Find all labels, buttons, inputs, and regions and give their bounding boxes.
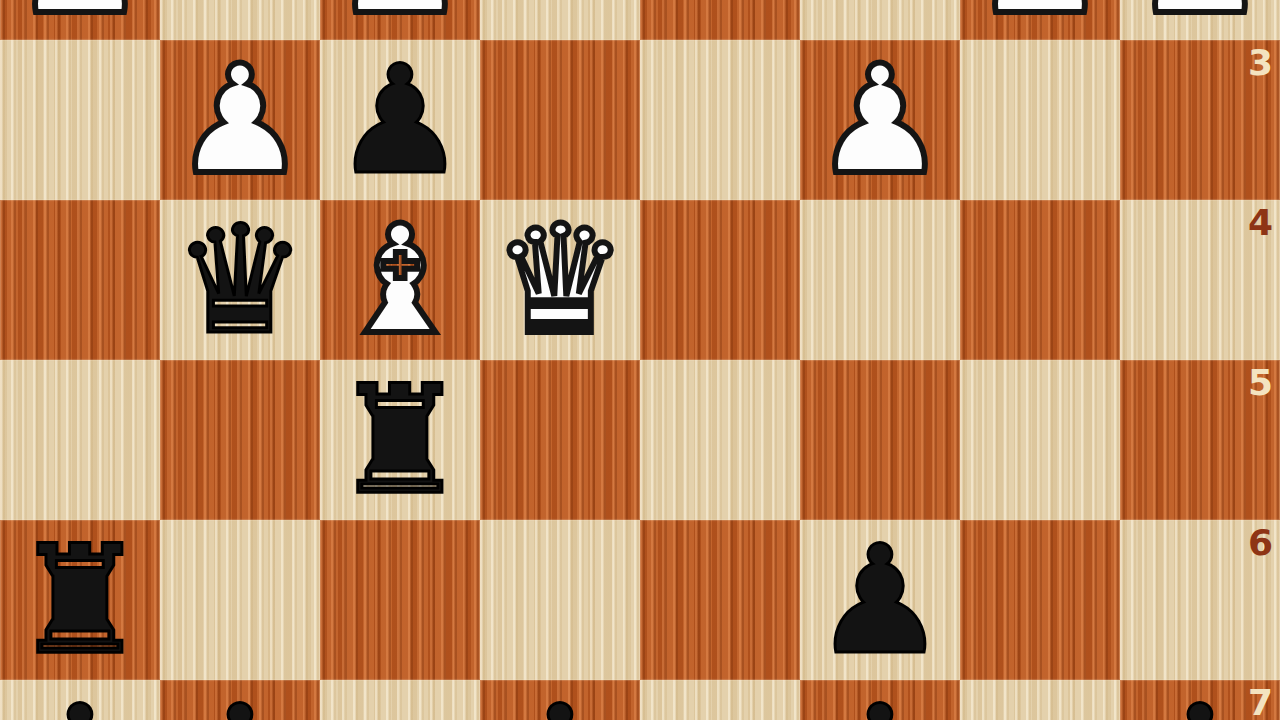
rank-label-3: 3 [1248, 45, 1273, 81]
white-queen[interactable]: ♛ [480, 200, 640, 360]
screenshot-viewport: ♟♟♟♟♟♟♟♛♝♛♜♜♟♟♟♟♟♟34567 [0, 0, 1280, 720]
square-f7[interactable] [320, 680, 480, 720]
square-g6[interactable] [160, 520, 320, 680]
square-h5[interactable] [0, 360, 160, 520]
black-pawn[interactable]: ♟ [160, 680, 320, 720]
square-b5[interactable] [960, 360, 1120, 520]
square-e3[interactable] [480, 40, 640, 200]
square-b6[interactable] [960, 520, 1120, 680]
square-a2[interactable]: ♟ [1120, 0, 1280, 40]
square-h4[interactable] [0, 200, 160, 360]
square-h7[interactable]: ♟ [0, 680, 160, 720]
black-pawn[interactable]: ♟ [320, 40, 480, 200]
square-e5[interactable] [480, 360, 640, 520]
square-d5[interactable] [640, 360, 800, 520]
black-pawn[interactable]: ♟ [0, 680, 160, 720]
white-bishop[interactable]: ♝ [320, 200, 480, 360]
rank-label-4: 4 [1248, 205, 1273, 241]
square-e7[interactable]: ♟ [480, 680, 640, 720]
square-g3[interactable]: ♟ [160, 40, 320, 200]
square-d6[interactable] [640, 520, 800, 680]
black-queen[interactable]: ♛ [160, 200, 320, 360]
white-pawn[interactable]: ♟ [960, 0, 1120, 40]
square-f5[interactable]: ♜ [320, 360, 480, 520]
black-pawn[interactable]: ♟ [800, 520, 960, 680]
square-g5[interactable] [160, 360, 320, 520]
square-b4[interactable] [960, 200, 1120, 360]
square-d4[interactable] [640, 200, 800, 360]
square-f6[interactable] [320, 520, 480, 680]
white-pawn[interactable]: ♟ [800, 40, 960, 200]
square-c3[interactable]: ♟ [800, 40, 960, 200]
white-pawn[interactable]: ♟ [160, 40, 320, 200]
square-c4[interactable] [800, 200, 960, 360]
square-e4[interactable]: ♛ [480, 200, 640, 360]
white-pawn[interactable]: ♟ [1120, 0, 1280, 40]
square-h6[interactable]: ♜ [0, 520, 160, 680]
square-c7[interactable]: ♟ [800, 680, 960, 720]
square-d3[interactable] [640, 40, 800, 200]
square-b2[interactable]: ♟ [960, 0, 1120, 40]
black-pawn[interactable]: ♟ [800, 680, 960, 720]
square-g7[interactable]: ♟ [160, 680, 320, 720]
square-d7[interactable] [640, 680, 800, 720]
square-d2[interactable] [640, 0, 800, 40]
square-h3[interactable] [0, 40, 160, 200]
square-e6[interactable] [480, 520, 640, 680]
black-rook[interactable]: ♜ [320, 360, 480, 520]
square-h2[interactable]: ♟ [0, 0, 160, 40]
square-c5[interactable] [800, 360, 960, 520]
square-c6[interactable]: ♟ [800, 520, 960, 680]
square-f3[interactable]: ♟ [320, 40, 480, 200]
chess-board: ♟♟♟♟♟♟♟♛♝♛♜♜♟♟♟♟♟♟34567 [0, 0, 1280, 720]
black-rook[interactable]: ♜ [0, 520, 160, 680]
rank-label-5: 5 [1248, 365, 1273, 401]
square-b7[interactable] [960, 680, 1120, 720]
square-g4[interactable]: ♛ [160, 200, 320, 360]
square-f4[interactable]: ♝ [320, 200, 480, 360]
square-e2[interactable] [480, 0, 640, 40]
square-b3[interactable] [960, 40, 1120, 200]
black-pawn[interactable]: ♟ [480, 680, 640, 720]
rank-label-7: 7 [1248, 685, 1273, 720]
rank-label-6: 6 [1248, 525, 1273, 561]
white-pawn[interactable]: ♟ [0, 0, 160, 40]
